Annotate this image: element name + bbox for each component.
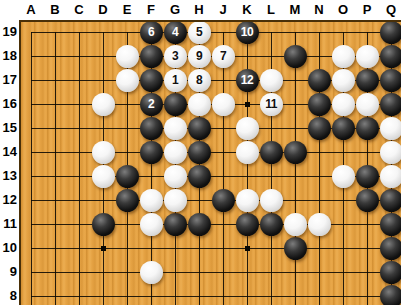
black-stone-E12[interactable]	[116, 189, 139, 212]
white-stone-G12[interactable]	[164, 189, 187, 212]
move-number: 4	[172, 21, 178, 44]
white-stone-P18[interactable]	[356, 45, 379, 68]
column-label-L: L	[259, 0, 283, 19]
column-label-F: F	[139, 0, 163, 19]
row-label-18: 18	[0, 46, 18, 66]
move-number: 10	[241, 21, 253, 44]
black-stone-K11[interactable]	[236, 213, 259, 236]
grid-line-col-J	[223, 32, 224, 305]
black-stone-Q16[interactable]	[380, 93, 401, 116]
go-app-window: ABCDEFGHJKLMNOPQ 1918171615141312111098 …	[0, 0, 401, 305]
move-number: 11	[265, 93, 277, 116]
move-number: 6	[148, 21, 154, 44]
white-stone-G15[interactable]	[164, 117, 187, 140]
black-stone-F16[interactable]: 2	[140, 93, 163, 116]
white-stone-Q14[interactable]	[380, 141, 401, 164]
black-stone-F18[interactable]	[140, 45, 163, 68]
black-stone-Q18[interactable]	[380, 45, 401, 68]
black-stone-Q17[interactable]	[380, 69, 401, 92]
black-stone-O15[interactable]	[332, 117, 355, 140]
black-stone-F17[interactable]	[140, 69, 163, 92]
column-label-C: C	[67, 0, 91, 19]
white-stone-H18[interactable]: 9	[188, 45, 211, 68]
column-label-N: N	[307, 0, 331, 19]
row-label-12: 12	[0, 190, 18, 210]
row-label-19: 19	[0, 22, 18, 42]
white-stone-K14[interactable]	[236, 141, 259, 164]
black-stone-M18[interactable]	[284, 45, 307, 68]
column-label-B: B	[43, 0, 67, 19]
white-stone-L12[interactable]	[260, 189, 283, 212]
move-number: 8	[196, 69, 202, 92]
black-stone-Q10[interactable]	[380, 237, 401, 260]
grid-line-col-M	[295, 32, 296, 305]
column-label-D: D	[91, 0, 115, 19]
black-stone-D11[interactable]	[92, 213, 115, 236]
move-number: 2	[148, 93, 154, 116]
hoshi-point-D10	[101, 246, 106, 251]
black-stone-J12[interactable]	[212, 189, 235, 212]
white-stone-Q13[interactable]	[380, 165, 401, 188]
row-label-16: 16	[0, 94, 18, 114]
grid-line-row-9	[31, 272, 401, 273]
black-stone-L11[interactable]	[260, 213, 283, 236]
white-stone-G17[interactable]: 1	[164, 69, 187, 92]
white-stone-H16[interactable]	[188, 93, 211, 116]
white-stone-J16[interactable]	[212, 93, 235, 116]
black-stone-H14[interactable]	[188, 141, 211, 164]
white-stone-P16[interactable]	[356, 93, 379, 116]
row-label-8: 8	[0, 286, 18, 305]
row-label-13: 13	[0, 166, 18, 186]
black-stone-K17[interactable]: 12	[236, 69, 259, 92]
black-stone-N15[interactable]	[308, 117, 331, 140]
white-stone-M11[interactable]	[284, 213, 307, 236]
grid-line-row-8	[31, 296, 401, 297]
grid-line-col-C	[79, 32, 80, 305]
move-number: 1	[172, 69, 178, 92]
black-stone-P12[interactable]	[356, 189, 379, 212]
black-stone-N16[interactable]	[308, 93, 331, 116]
black-stone-F19[interactable]: 6	[140, 21, 163, 44]
move-number: 3	[172, 45, 178, 68]
black-stone-N17[interactable]	[308, 69, 331, 92]
white-stone-D14[interactable]	[92, 141, 115, 164]
black-stone-Q19[interactable]	[380, 21, 401, 44]
white-stone-O13[interactable]	[332, 165, 355, 188]
white-stone-E18[interactable]	[116, 45, 139, 68]
white-stone-E17[interactable]	[116, 69, 139, 92]
white-stone-O16[interactable]	[332, 93, 355, 116]
row-label-17: 17	[0, 70, 18, 90]
black-stone-P17[interactable]	[356, 69, 379, 92]
black-stone-P15[interactable]	[356, 117, 379, 140]
black-stone-H11[interactable]	[188, 213, 211, 236]
column-label-Q: Q	[379, 0, 401, 19]
column-label-A: A	[19, 0, 43, 19]
black-stone-P13[interactable]	[356, 165, 379, 188]
white-stone-K15[interactable]	[236, 117, 259, 140]
black-stone-Q8[interactable]	[380, 285, 401, 305]
column-label-E: E	[115, 0, 139, 19]
white-stone-L16[interactable]: 11	[260, 93, 283, 116]
black-stone-G19[interactable]: 4	[164, 21, 187, 44]
black-stone-K19[interactable]: 10	[236, 21, 259, 44]
black-stone-G16[interactable]	[164, 93, 187, 116]
black-stone-L14[interactable]	[260, 141, 283, 164]
move-number: 7	[220, 45, 226, 68]
row-label-10: 10	[0, 238, 18, 258]
white-stone-F12[interactable]	[140, 189, 163, 212]
column-label-G: G	[163, 0, 187, 19]
black-stone-Q9[interactable]	[380, 261, 401, 284]
white-stone-L17[interactable]	[260, 69, 283, 92]
move-number: 12	[241, 69, 253, 92]
black-stone-F14[interactable]	[140, 141, 163, 164]
column-label-O: O	[331, 0, 355, 19]
white-stone-G18[interactable]: 3	[164, 45, 187, 68]
hoshi-point-K16	[245, 102, 250, 107]
black-stone-M14[interactable]	[284, 141, 307, 164]
white-stone-H17[interactable]: 8	[188, 69, 211, 92]
move-number: 5	[196, 21, 202, 44]
white-stone-F11[interactable]	[140, 213, 163, 236]
white-stone-F9[interactable]	[140, 261, 163, 284]
white-stone-O18[interactable]	[332, 45, 355, 68]
row-label-14: 14	[0, 142, 18, 162]
row-label-9: 9	[0, 262, 18, 282]
white-stone-J18[interactable]: 7	[212, 45, 235, 68]
column-label-M: M	[283, 0, 307, 19]
white-stone-D13[interactable]	[92, 165, 115, 188]
white-stone-K12[interactable]	[236, 189, 259, 212]
row-label-15: 15	[0, 118, 18, 138]
column-label-P: P	[355, 0, 379, 19]
grid-line-col-A	[31, 32, 32, 305]
grid-line-row-11	[31, 224, 401, 225]
black-stone-M10[interactable]	[284, 237, 307, 260]
black-stone-G11[interactable]	[164, 213, 187, 236]
black-stone-Q11[interactable]	[380, 213, 401, 236]
white-stone-Q15[interactable]	[380, 117, 401, 140]
grid-line-row-19	[31, 32, 401, 33]
move-number: 9	[196, 45, 202, 68]
black-stone-Q12[interactable]	[380, 189, 401, 212]
grid-line-row-10	[31, 248, 401, 249]
grid-line-col-B	[55, 32, 56, 305]
hoshi-point-K10	[245, 246, 250, 251]
column-label-H: H	[187, 0, 211, 19]
black-stone-F15[interactable]	[140, 117, 163, 140]
black-stone-H13[interactable]	[188, 165, 211, 188]
white-stone-G14[interactable]	[164, 141, 187, 164]
white-stone-G13[interactable]	[164, 165, 187, 188]
column-label-K: K	[235, 0, 259, 19]
grid-line-row-14	[31, 152, 401, 153]
white-stone-N11[interactable]	[308, 213, 331, 236]
white-stone-O17[interactable]	[332, 69, 355, 92]
column-label-J: J	[211, 0, 235, 19]
go-board[interactable]: 641012253971811	[19, 20, 401, 305]
white-stone-H19[interactable]: 5	[188, 21, 211, 44]
black-stone-H15[interactable]	[188, 117, 211, 140]
white-stone-D16[interactable]	[92, 93, 115, 116]
row-label-11: 11	[0, 214, 18, 234]
black-stone-E13[interactable]	[116, 165, 139, 188]
